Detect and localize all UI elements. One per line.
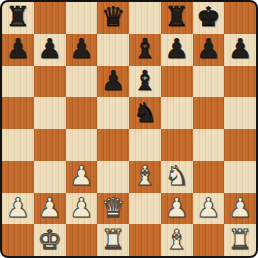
square-f8[interactable]: ♜ xyxy=(161,2,193,34)
square-b1[interactable]: ♚ xyxy=(34,224,66,256)
square-c7[interactable]: ♟ xyxy=(66,34,98,66)
square-a8[interactable]: ♜ xyxy=(2,2,34,34)
square-g2[interactable]: ♟ xyxy=(193,193,225,225)
square-e2[interactable] xyxy=(129,193,161,225)
chess-board: ♜♛♜♚♟♟♟♝♟♟♟♟♝♞♟♝♞♟♟♟♛♟♟♟♚♜♝♜ xyxy=(0,0,258,258)
square-e5[interactable]: ♞ xyxy=(129,97,161,129)
square-d8[interactable]: ♛ xyxy=(97,2,129,34)
square-h6[interactable] xyxy=(224,66,256,98)
piece-black-rook-f8[interactable]: ♜ xyxy=(165,3,189,30)
piece-black-knight-e5[interactable]: ♞ xyxy=(133,99,157,126)
square-f2[interactable]: ♟ xyxy=(161,193,193,225)
square-c2[interactable]: ♟ xyxy=(66,193,98,225)
square-c5[interactable] xyxy=(66,97,98,129)
piece-white-rook-d1[interactable]: ♜ xyxy=(101,226,125,253)
piece-white-queen-d2[interactable]: ♛ xyxy=(101,194,125,221)
square-e4[interactable] xyxy=(129,129,161,161)
square-c8[interactable] xyxy=(66,2,98,34)
piece-white-knight-f3[interactable]: ♞ xyxy=(165,162,189,189)
square-h1[interactable]: ♜ xyxy=(224,224,256,256)
piece-black-pawn-a7[interactable]: ♟ xyxy=(6,35,30,62)
square-a4[interactable] xyxy=(2,129,34,161)
square-b8[interactable] xyxy=(34,2,66,34)
square-h5[interactable] xyxy=(224,97,256,129)
square-e6[interactable]: ♝ xyxy=(129,66,161,98)
piece-black-bishop-e7[interactable]: ♝ xyxy=(133,35,157,62)
square-d4[interactable] xyxy=(97,129,129,161)
piece-white-bishop-e3[interactable]: ♝ xyxy=(133,162,157,189)
piece-white-pawn-f2[interactable]: ♟ xyxy=(165,194,189,221)
piece-black-pawn-f7[interactable]: ♟ xyxy=(165,35,189,62)
piece-black-pawn-g7[interactable]: ♟ xyxy=(196,35,220,62)
piece-white-pawn-c2[interactable]: ♟ xyxy=(69,194,93,221)
square-h8[interactable] xyxy=(224,2,256,34)
piece-black-pawn-c7[interactable]: ♟ xyxy=(69,35,93,62)
square-h4[interactable] xyxy=(224,129,256,161)
square-f7[interactable]: ♟ xyxy=(161,34,193,66)
square-g5[interactable] xyxy=(193,97,225,129)
square-f4[interactable] xyxy=(161,129,193,161)
square-c4[interactable] xyxy=(66,129,98,161)
square-b3[interactable] xyxy=(34,161,66,193)
square-b5[interactable] xyxy=(34,97,66,129)
square-g1[interactable] xyxy=(193,224,225,256)
piece-white-rook-h1[interactable]: ♜ xyxy=(228,226,252,253)
square-g6[interactable] xyxy=(193,66,225,98)
square-d3[interactable] xyxy=(97,161,129,193)
square-e7[interactable]: ♝ xyxy=(129,34,161,66)
square-g4[interactable] xyxy=(193,129,225,161)
piece-white-pawn-b2[interactable]: ♟ xyxy=(38,194,62,221)
square-d1[interactable]: ♜ xyxy=(97,224,129,256)
square-c1[interactable] xyxy=(66,224,98,256)
piece-black-rook-a8[interactable]: ♜ xyxy=(6,3,30,30)
piece-black-pawn-h7[interactable]: ♟ xyxy=(228,35,252,62)
piece-black-queen-d8[interactable]: ♛ xyxy=(101,3,125,30)
piece-white-pawn-g2[interactable]: ♟ xyxy=(196,194,220,221)
square-b6[interactable] xyxy=(34,66,66,98)
square-b2[interactable]: ♟ xyxy=(34,193,66,225)
square-b7[interactable]: ♟ xyxy=(34,34,66,66)
piece-white-pawn-c3[interactable]: ♟ xyxy=(69,162,93,189)
square-h2[interactable]: ♟ xyxy=(224,193,256,225)
square-e1[interactable] xyxy=(129,224,161,256)
square-f6[interactable] xyxy=(161,66,193,98)
square-g3[interactable] xyxy=(193,161,225,193)
square-a6[interactable] xyxy=(2,66,34,98)
square-a7[interactable]: ♟ xyxy=(2,34,34,66)
square-a1[interactable] xyxy=(2,224,34,256)
square-g8[interactable]: ♚ xyxy=(193,2,225,34)
piece-white-pawn-h2[interactable]: ♟ xyxy=(228,194,252,221)
square-c3[interactable]: ♟ xyxy=(66,161,98,193)
piece-black-pawn-b7[interactable]: ♟ xyxy=(38,35,62,62)
square-h7[interactable]: ♟ xyxy=(224,34,256,66)
square-g7[interactable]: ♟ xyxy=(193,34,225,66)
square-f1[interactable]: ♝ xyxy=(161,224,193,256)
piece-black-pawn-d6[interactable]: ♟ xyxy=(101,67,125,94)
piece-black-bishop-e6[interactable]: ♝ xyxy=(133,67,157,94)
square-a2[interactable]: ♟ xyxy=(2,193,34,225)
piece-white-bishop-f1[interactable]: ♝ xyxy=(165,226,189,253)
square-d6[interactable]: ♟ xyxy=(97,66,129,98)
square-f5[interactable] xyxy=(161,97,193,129)
square-f3[interactable]: ♞ xyxy=(161,161,193,193)
square-a3[interactable] xyxy=(2,161,34,193)
square-c6[interactable] xyxy=(66,66,98,98)
square-b4[interactable] xyxy=(34,129,66,161)
square-a5[interactable] xyxy=(2,97,34,129)
square-e8[interactable] xyxy=(129,2,161,34)
square-d2[interactable]: ♛ xyxy=(97,193,129,225)
piece-black-king-g8[interactable]: ♚ xyxy=(196,3,220,30)
chess-board-container: ♜♛♜♚♟♟♟♝♟♟♟♟♝♞♟♝♞♟♟♟♛♟♟♟♚♜♝♜ xyxy=(0,0,258,258)
square-h3[interactable] xyxy=(224,161,256,193)
piece-white-king-b1[interactable]: ♚ xyxy=(38,226,62,253)
square-e3[interactable]: ♝ xyxy=(129,161,161,193)
piece-white-pawn-a2[interactable]: ♟ xyxy=(6,194,30,221)
square-d7[interactable] xyxy=(97,34,129,66)
square-d5[interactable] xyxy=(97,97,129,129)
